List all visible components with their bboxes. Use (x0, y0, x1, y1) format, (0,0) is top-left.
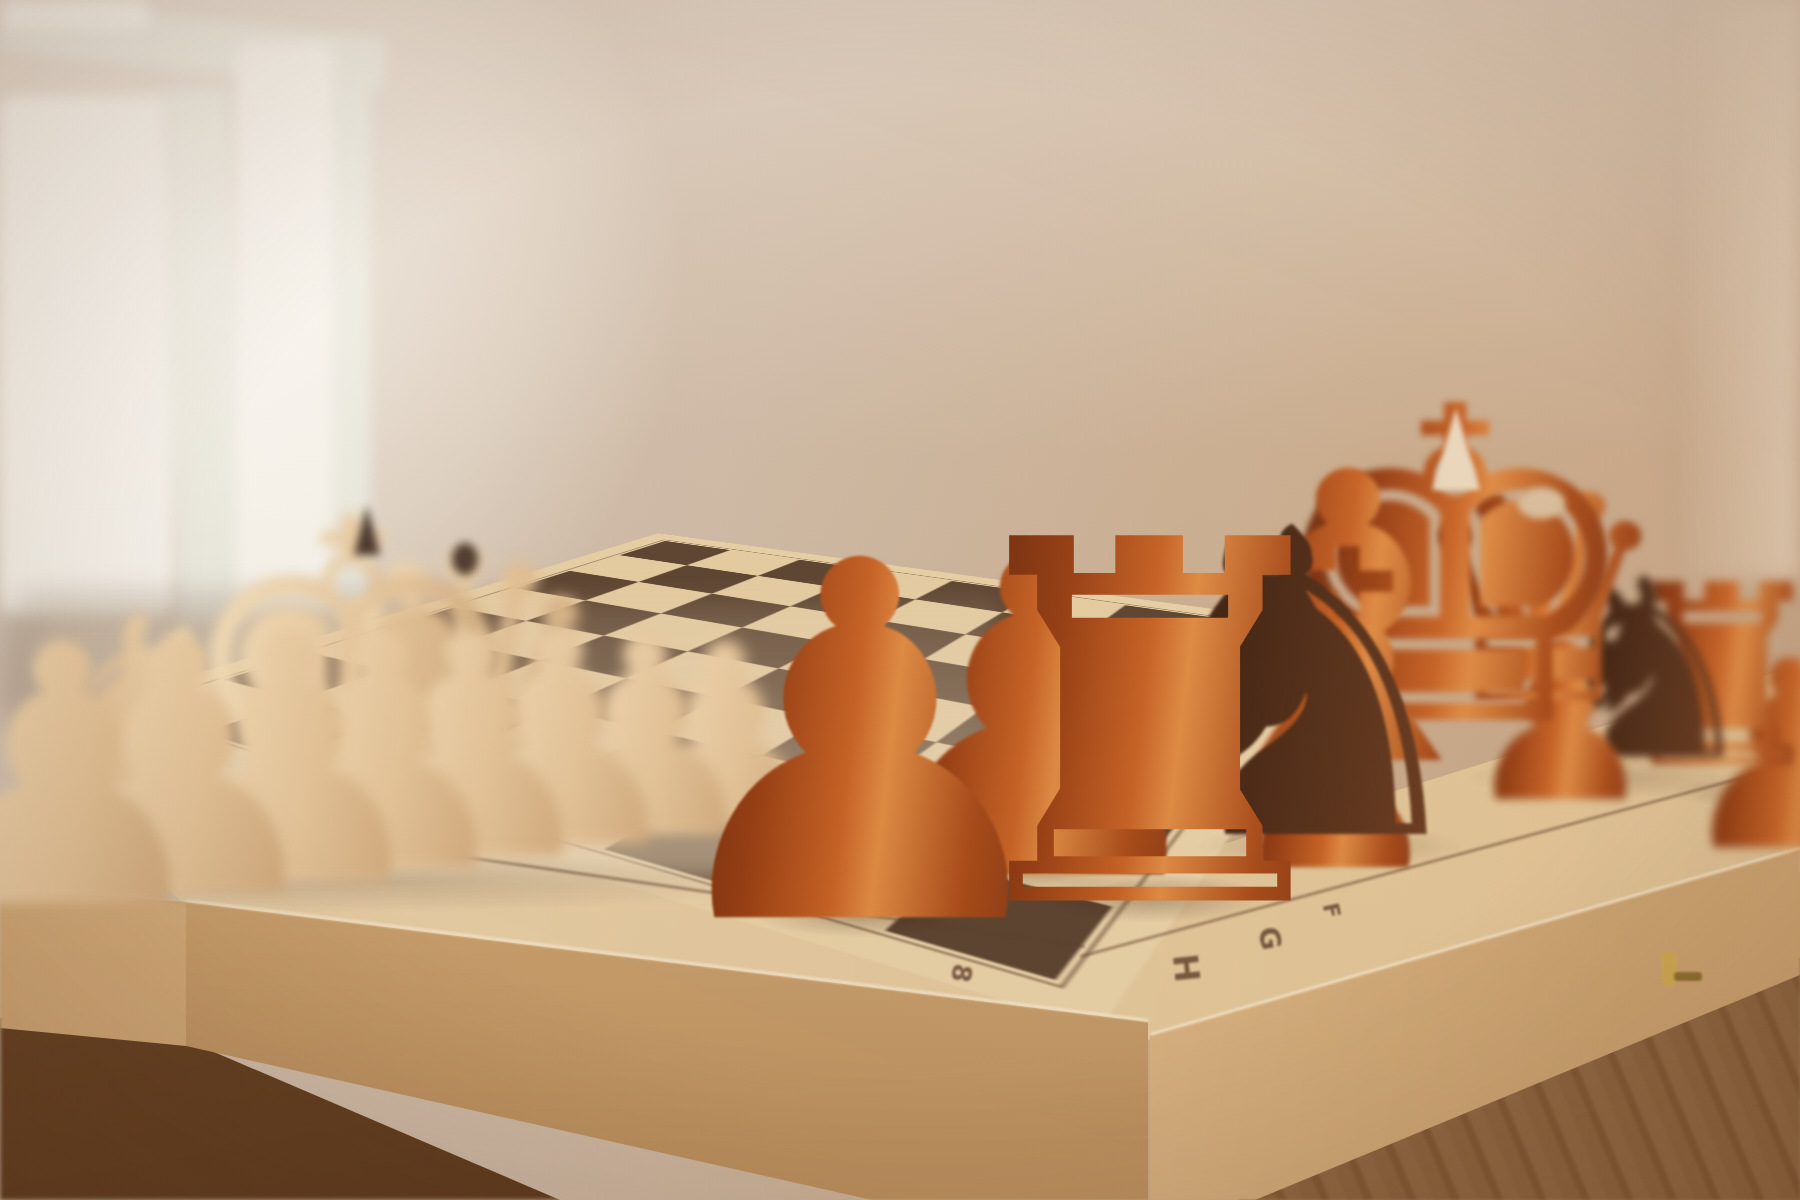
vignette (0, 0, 1800, 1200)
chess-photo-scene: 8HGF ♛♚♞♟♟♟♟♟♟♟♟♟♜♞♟♛♚♟♝♞♟♟♜ (0, 0, 1800, 1200)
